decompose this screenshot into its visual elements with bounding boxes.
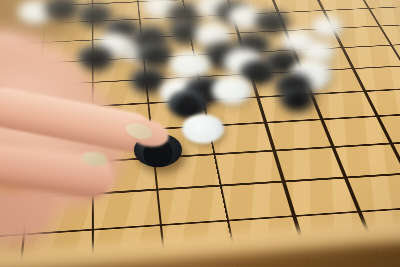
hand [0,0,400,267]
go-board-photo: ○●●○●○●○●○○●○○●●○○●○●●●○○●○●●○○●○●●●○● [0,0,400,267]
